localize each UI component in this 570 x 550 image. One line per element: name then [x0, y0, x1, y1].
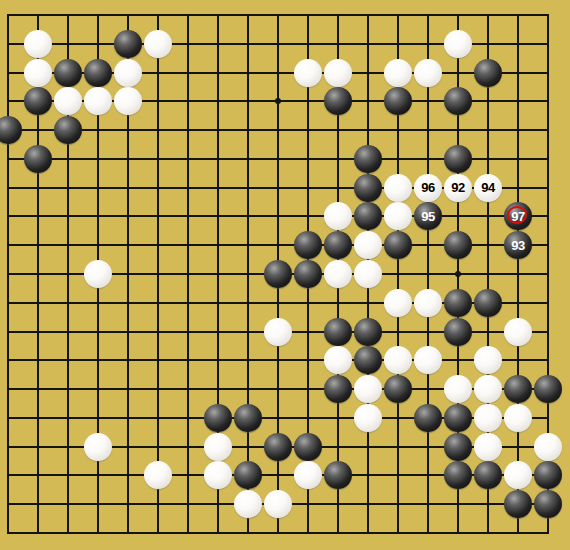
white-stone[interactable]: [54, 87, 82, 115]
grid-line-horizontal: [7, 359, 549, 361]
white-stone[interactable]: [384, 346, 412, 374]
black-stone[interactable]: [84, 59, 112, 87]
black-stone[interactable]: [294, 231, 322, 259]
white-stone[interactable]: [474, 346, 502, 374]
black-stone[interactable]: [354, 145, 382, 173]
black-stone[interactable]: [444, 87, 472, 115]
black-stone[interactable]: [264, 433, 292, 461]
black-stone[interactable]: [24, 87, 52, 115]
white-stone[interactable]: [354, 231, 382, 259]
black-stone[interactable]: [324, 461, 352, 489]
move-number-label: 97: [504, 202, 532, 230]
black-stone[interactable]: [294, 433, 322, 461]
black-stone[interactable]: [534, 461, 562, 489]
white-stone[interactable]: [414, 346, 442, 374]
white-stone[interactable]: [444, 375, 472, 403]
white-stone[interactable]: [504, 461, 532, 489]
white-stone[interactable]: [414, 59, 442, 87]
black-stone[interactable]: [324, 375, 352, 403]
star-point: [275, 98, 281, 104]
black-stone[interactable]: [114, 30, 142, 58]
black-stone[interactable]: [24, 145, 52, 173]
white-stone[interactable]: [474, 433, 502, 461]
move-number-label: 94: [474, 174, 502, 202]
white-stone[interactable]: [114, 59, 142, 87]
black-stone[interactable]: [324, 231, 352, 259]
white-stone[interactable]: [84, 433, 112, 461]
black-stone[interactable]: [444, 145, 472, 173]
black-stone[interactable]: [474, 59, 502, 87]
white-stone[interactable]: [474, 375, 502, 403]
black-stone[interactable]: [294, 260, 322, 288]
white-stone[interactable]: [384, 59, 412, 87]
black-stone[interactable]: [354, 174, 382, 202]
black-stone[interactable]: [444, 433, 472, 461]
white-stone[interactable]: [234, 490, 262, 518]
white-stone[interactable]: [354, 375, 382, 403]
black-stone[interactable]: [54, 59, 82, 87]
white-stone[interactable]: [354, 260, 382, 288]
black-stone[interactable]: [474, 461, 502, 489]
black-stone[interactable]: [324, 87, 352, 115]
white-stone[interactable]: [354, 404, 382, 432]
move-number-label: 95: [414, 202, 442, 230]
black-stone[interactable]: [534, 375, 562, 403]
black-stone[interactable]: [354, 318, 382, 346]
grid-line-horizontal: [7, 532, 549, 534]
white-stone[interactable]: [474, 404, 502, 432]
grid-line-vertical: [517, 14, 519, 534]
move-number-label: 93: [504, 231, 532, 259]
black-stone[interactable]: [414, 404, 442, 432]
white-stone[interactable]: [324, 202, 352, 230]
black-stone[interactable]: [354, 202, 382, 230]
move-number-label: 96: [414, 174, 442, 202]
white-stone[interactable]: [324, 260, 352, 288]
white-stone[interactable]: [384, 289, 412, 317]
black-stone[interactable]: [204, 404, 232, 432]
white-stone[interactable]: [504, 318, 532, 346]
black-stone[interactable]: [324, 318, 352, 346]
black-stone[interactable]: [384, 87, 412, 115]
black-stone[interactable]: [444, 461, 472, 489]
white-stone[interactable]: [294, 59, 322, 87]
white-stone[interactable]: [264, 490, 292, 518]
black-stone[interactable]: [534, 490, 562, 518]
white-stone[interactable]: [84, 87, 112, 115]
black-stone[interactable]: [444, 318, 472, 346]
black-stone[interactable]: [444, 289, 472, 317]
black-stone[interactable]: [354, 346, 382, 374]
black-stone[interactable]: [474, 289, 502, 317]
move-number-label: 92: [444, 174, 472, 202]
white-stone[interactable]: [114, 87, 142, 115]
white-stone[interactable]: [444, 30, 472, 58]
black-stone[interactable]: [234, 461, 262, 489]
white-stone[interactable]: [324, 59, 352, 87]
black-stone[interactable]: [0, 116, 22, 144]
white-stone[interactable]: [324, 346, 352, 374]
white-stone[interactable]: [144, 30, 172, 58]
white-stone[interactable]: [384, 174, 412, 202]
white-stone[interactable]: [294, 461, 322, 489]
white-stone[interactable]: [264, 318, 292, 346]
white-stone[interactable]: [534, 433, 562, 461]
white-stone[interactable]: [204, 461, 232, 489]
black-stone[interactable]: [384, 375, 412, 403]
white-stone[interactable]: [144, 461, 172, 489]
white-stone[interactable]: [384, 202, 412, 230]
white-stone[interactable]: [84, 260, 112, 288]
black-stone[interactable]: [504, 375, 532, 403]
white-stone[interactable]: [414, 289, 442, 317]
go-board[interactable]: 969294959793: [0, 0, 570, 550]
grid-line-vertical: [427, 14, 429, 534]
white-stone[interactable]: [24, 30, 52, 58]
black-stone[interactable]: [504, 490, 532, 518]
black-stone[interactable]: [234, 404, 262, 432]
white-stone[interactable]: [204, 433, 232, 461]
black-stone[interactable]: [264, 260, 292, 288]
white-stone[interactable]: [24, 59, 52, 87]
white-stone[interactable]: [504, 404, 532, 432]
black-stone[interactable]: [54, 116, 82, 144]
black-stone[interactable]: [444, 231, 472, 259]
star-point: [455, 271, 461, 277]
black-stone[interactable]: [384, 231, 412, 259]
black-stone[interactable]: [444, 404, 472, 432]
